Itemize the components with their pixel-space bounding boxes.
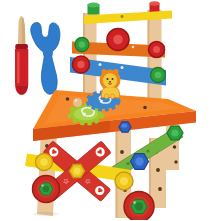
toy-scene: ♥ ♥ ☆ ♥ ♥ ☆ xyxy=(0,0,220,220)
screwdriver-ferrule xyxy=(15,44,28,50)
screwdriver xyxy=(15,16,28,95)
wrench xyxy=(31,23,60,95)
screwdriver-highlight xyxy=(17,52,20,84)
screwdriver-shaft-shade xyxy=(22,17,26,44)
yellow-knob-right xyxy=(115,172,133,190)
wrench-body xyxy=(31,23,60,95)
screwdriver-handle-cap xyxy=(16,86,28,95)
wooden-ball xyxy=(73,98,82,107)
blue-peg-seat xyxy=(119,122,131,132)
yellow-knob-left xyxy=(36,154,53,171)
lion-figure xyxy=(100,69,121,99)
lion-face xyxy=(103,73,117,87)
product-photo: ♥ ♥ ☆ ♥ ♥ ☆ xyxy=(0,0,220,220)
right-wheel xyxy=(124,192,154,221)
